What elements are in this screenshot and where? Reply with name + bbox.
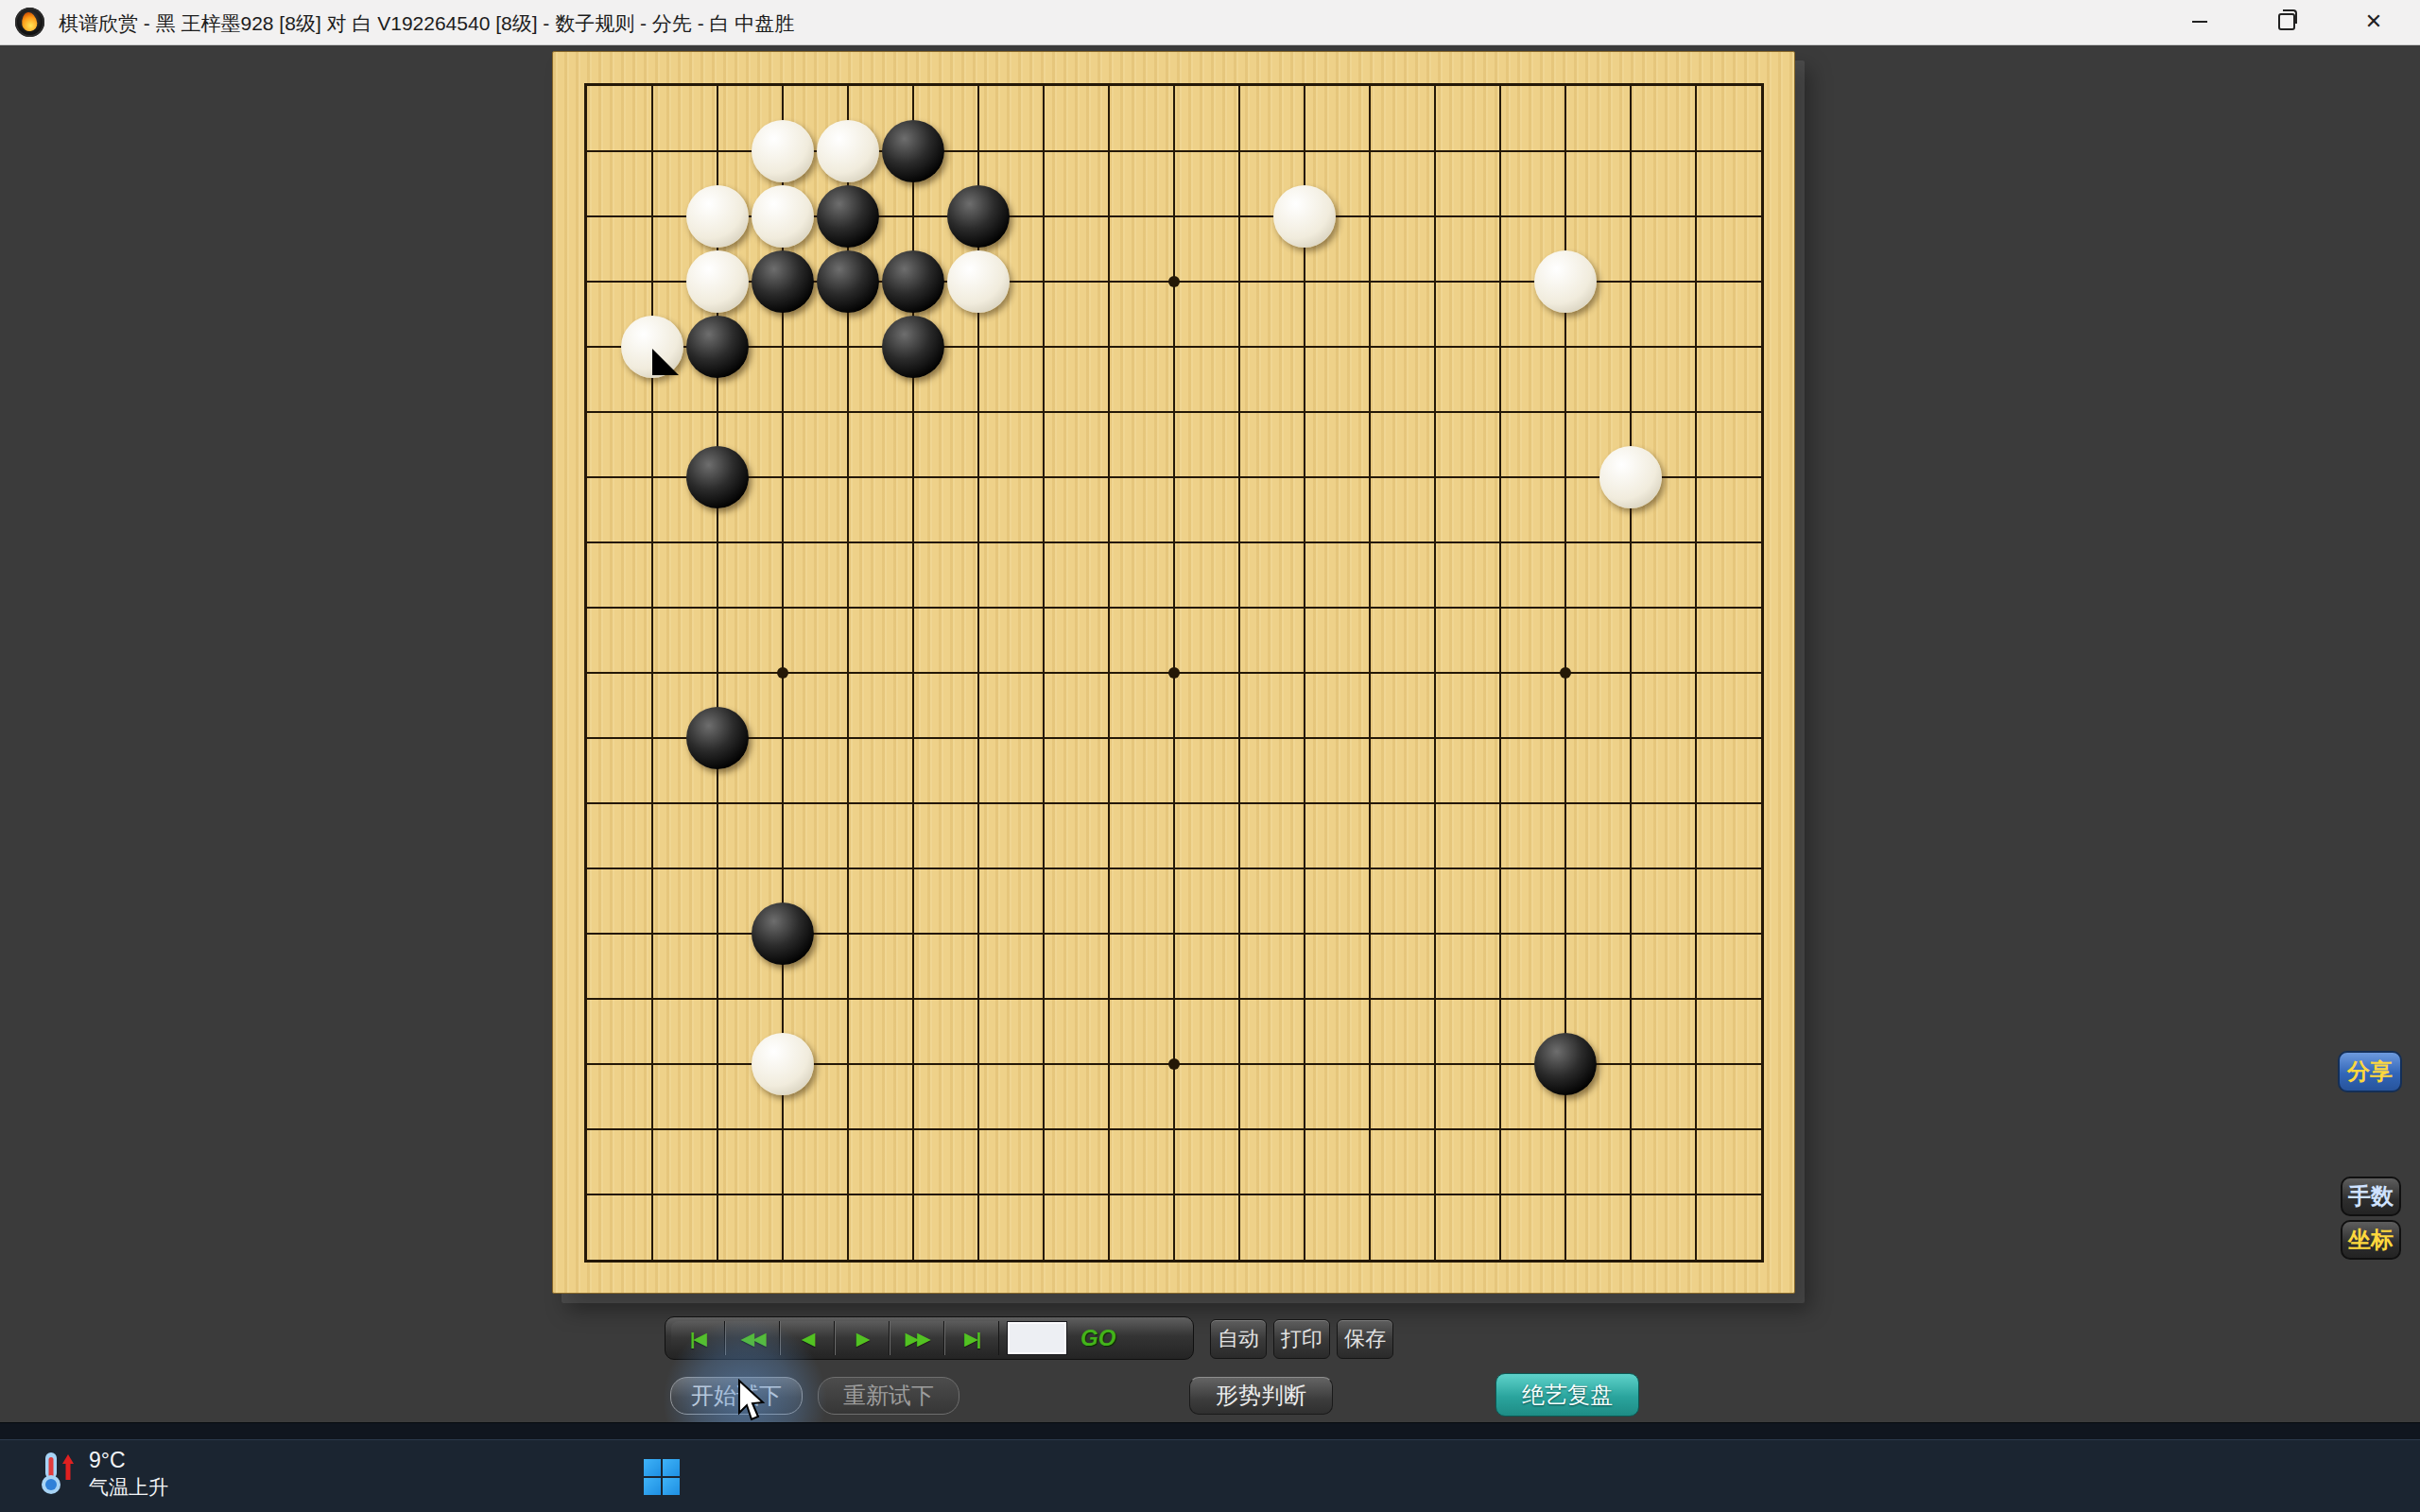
grid-line — [1369, 86, 1371, 1260]
last-move-triangle-marker — [652, 349, 679, 375]
white-stone — [1599, 446, 1662, 508]
board-grid — [584, 83, 1764, 1263]
nav-fast-forward-button[interactable]: ▶▶ — [890, 1321, 944, 1355]
grid-line — [587, 737, 1761, 739]
black-stone — [817, 250, 879, 313]
go-button[interactable]: GO — [1080, 1325, 1115, 1351]
black-stone — [1534, 1033, 1597, 1095]
grid-line — [587, 802, 1761, 804]
star-point — [1168, 1058, 1180, 1070]
ai-review-button[interactable]: 绝艺复盘 — [1495, 1373, 1639, 1417]
white-stone — [1534, 250, 1597, 313]
weather-widget[interactable]: 9°C 气温上升 — [34, 1446, 168, 1501]
titlebar: 棋谱欣赏 - 黑 王梓墨928 [8级] 对 白 V192264540 [8级]… — [0, 0, 2420, 45]
grid-line — [587, 1128, 1761, 1130]
black-stone — [817, 185, 879, 248]
black-stone — [882, 316, 944, 378]
black-stone — [686, 316, 749, 378]
share-button[interactable]: 分享 — [2338, 1051, 2402, 1092]
white-stone — [621, 316, 683, 378]
star-point — [1168, 276, 1180, 287]
auto-play-button[interactable]: 自动 — [1210, 1319, 1267, 1359]
weather-desc: 气温上升 — [89, 1474, 168, 1501]
nav-rewind-button[interactable]: ◀◀ — [725, 1321, 780, 1355]
grid-line — [1238, 86, 1240, 1260]
taskbar: 9°C 气温上升 搜索 X — [0, 1439, 2420, 1512]
black-stone — [882, 250, 944, 313]
white-stone — [686, 250, 749, 313]
start-button[interactable] — [637, 1440, 686, 1512]
star-point — [1168, 667, 1180, 679]
grid-line — [587, 998, 1761, 1000]
windows-logo-icon — [644, 1459, 680, 1495]
black-stone — [752, 250, 814, 313]
weather-temp: 9°C — [89, 1446, 168, 1474]
replay-nav-strip: |◀◀◀◀▶▶▶▶| GO — [665, 1316, 1194, 1360]
grid-line — [1695, 86, 1697, 1260]
white-stone — [1273, 185, 1336, 248]
star-point — [1560, 667, 1571, 679]
black-stone — [752, 902, 814, 965]
star-point — [777, 667, 788, 679]
maximize-button[interactable] — [2257, 0, 2316, 43]
thermometer-icon — [34, 1449, 76, 1498]
nav-first-button[interactable]: |◀ — [671, 1321, 725, 1355]
go-board[interactable] — [552, 51, 1795, 1294]
coordinates-button[interactable]: 坐标 — [2341, 1220, 2401, 1260]
black-stone — [882, 120, 944, 182]
white-stone — [817, 120, 879, 182]
save-button[interactable]: 保存 — [1337, 1319, 1393, 1359]
move-number-input[interactable] — [1007, 1321, 1067, 1355]
white-stone — [947, 250, 1010, 313]
print-button[interactable]: 打印 — [1273, 1319, 1330, 1359]
move-numbers-button[interactable]: 手数 — [2341, 1177, 2401, 1216]
grid-line — [1499, 86, 1501, 1260]
grid-line — [587, 868, 1761, 869]
window-bottom-strip — [0, 1422, 2420, 1440]
grid-line — [1434, 86, 1436, 1260]
black-stone — [947, 185, 1010, 248]
grid-line — [1630, 86, 1632, 1260]
close-button[interactable]: ✕ — [2344, 0, 2403, 43]
minimize-button[interactable] — [2170, 0, 2229, 43]
black-stone — [686, 707, 749, 769]
go-app-flame-icon — [15, 8, 44, 37]
reset-trial-button[interactable]: 重新试下 — [818, 1377, 959, 1415]
nav-back-button[interactable]: ◀ — [780, 1321, 835, 1355]
black-stone — [686, 446, 749, 508]
position-judge-button[interactable]: 形势判断 — [1189, 1377, 1333, 1415]
grid-line — [1304, 86, 1305, 1260]
grid-line — [587, 1194, 1761, 1195]
white-stone — [752, 185, 814, 248]
window-title: 棋谱欣赏 - 黑 王梓墨928 [8级] 对 白 V192264540 [8级]… — [59, 10, 794, 37]
nav-last-button[interactable]: ▶| — [944, 1321, 999, 1355]
white-stone — [752, 120, 814, 182]
nav-forward-button[interactable]: ▶ — [835, 1321, 890, 1355]
white-stone — [752, 1033, 814, 1095]
start-trial-button[interactable]: 开始试下 — [670, 1377, 803, 1415]
white-stone — [686, 185, 749, 248]
